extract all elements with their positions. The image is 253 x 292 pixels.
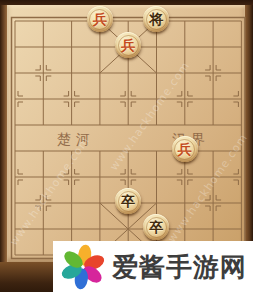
xiangqi-game-screenshot: 楚河 汉界 www.hackhome.com www.hackhome.com …: [0, 0, 253, 292]
piece-black-soldier[interactable]: 卒: [115, 188, 141, 214]
flower-logo-icon: [56, 243, 110, 290]
piece-glyph: 卒: [121, 194, 135, 208]
piece-glyph: 兵: [93, 12, 107, 26]
site-name: 爱酱手游网: [112, 250, 247, 285]
site-banner: 爱酱手游网: [53, 241, 253, 292]
piece-glyph: 卒: [149, 220, 163, 234]
pieces-layer: 兵将兵兵卒卒: [1, 8, 253, 268]
piece-black-soldier[interactable]: 卒: [143, 214, 169, 240]
piece-red-soldier[interactable]: 兵: [87, 6, 113, 32]
piece-red-soldier[interactable]: 兵: [115, 32, 141, 58]
piece-glyph: 将: [149, 12, 163, 26]
piece-red-soldier[interactable]: 兵: [172, 136, 198, 162]
piece-glyph: 兵: [121, 38, 135, 52]
window-top-bar: [0, 0, 253, 5]
piece-glyph: 兵: [178, 142, 192, 156]
piece-black-general[interactable]: 将: [143, 6, 169, 32]
